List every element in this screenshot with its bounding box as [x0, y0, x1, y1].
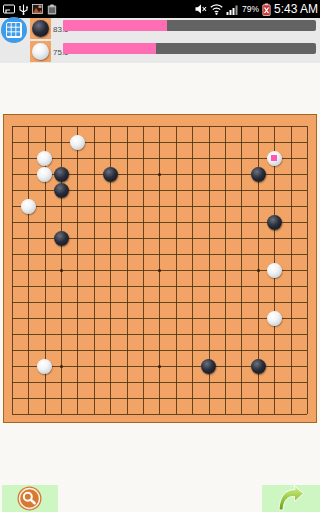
go-board[interactable] — [3, 114, 317, 423]
black-stone[interactable] — [251, 167, 266, 182]
black-stone[interactable] — [54, 183, 69, 198]
sound-muted-icon — [195, 4, 207, 14]
black-stone-icon — [32, 20, 49, 37]
screenshot-icon — [47, 4, 57, 15]
clock: 5:43 AM — [274, 2, 318, 16]
last-move-marker — [271, 155, 277, 161]
status-bar: 79% 5:43 AM — [0, 0, 320, 18]
black-stone[interactable] — [54, 167, 69, 182]
redo-arrow-button[interactable] — [275, 485, 305, 511]
magnifier-button[interactable] — [17, 486, 42, 511]
cast-icon — [3, 4, 15, 14]
signal-strength-icon — [226, 4, 239, 15]
white-player-avatar — [30, 41, 51, 62]
battery-low-icon — [262, 3, 271, 16]
white-stone[interactable] — [267, 311, 282, 326]
white-stone[interactable] — [37, 167, 52, 182]
battery-percent: 79% — [242, 4, 259, 14]
black-stone[interactable] — [251, 359, 266, 374]
white-stone[interactable] — [21, 199, 36, 214]
go-board-icon — [6, 22, 22, 38]
black-progress-fill — [63, 20, 167, 31]
board-menu-button[interactable] — [1, 17, 27, 43]
go-board-grid[interactable] — [4, 118, 315, 422]
status-right-icons: 79% 5:43 AM — [195, 2, 320, 16]
usb-icon — [19, 4, 28, 15]
black-stone[interactable] — [103, 167, 118, 182]
white-stone[interactable] — [70, 135, 85, 150]
player-panel: 83.5 75.5 — [0, 18, 320, 63]
white-progress-fill — [63, 43, 156, 54]
black-stone[interactable] — [267, 215, 282, 230]
black-stone[interactable] — [201, 359, 216, 374]
white-stone[interactable] — [37, 359, 52, 374]
white-stone[interactable] — [37, 151, 52, 166]
white-stone[interactable] — [267, 263, 282, 278]
black-stone[interactable] — [54, 231, 69, 246]
white-progress-bar — [63, 43, 316, 54]
gallery-icon — [32, 4, 43, 14]
white-stone-icon — [32, 43, 49, 60]
wifi-icon — [210, 4, 223, 15]
status-left-icons — [0, 4, 57, 15]
black-progress-bar — [63, 20, 316, 31]
white-stone[interactable] — [267, 151, 282, 166]
black-player-avatar — [30, 18, 51, 39]
